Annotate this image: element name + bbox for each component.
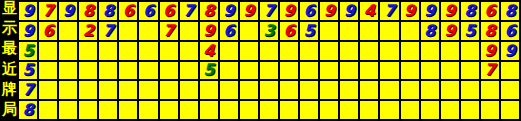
cell-r3c23 (461, 42, 479, 60)
label-char-1: 显 (2, 1, 17, 19)
cell-r1c13: 7 (260, 2, 278, 20)
cell-r3c18 (360, 42, 378, 60)
cell-r5c4 (79, 81, 97, 99)
cell-r4c9 (180, 62, 198, 80)
cell-r1c14: 9 (280, 2, 298, 20)
cell-r6c11 (220, 101, 238, 119)
cell-r2c9 (180, 22, 198, 40)
cell-r2c10: 9 (200, 22, 218, 40)
cell-r1c19: 7 (380, 2, 398, 20)
cell-r2c1: 9 (19, 22, 37, 40)
cell-r6c22 (441, 101, 459, 119)
cell-r5c3 (59, 81, 77, 99)
cell-r3c7 (139, 42, 157, 60)
cell-r6c16 (320, 101, 338, 119)
cell-r2c12 (240, 22, 258, 40)
cell-r5c22 (441, 81, 459, 99)
cell-r2c18 (360, 22, 378, 40)
cell-r2c15: 5 (300, 22, 318, 40)
cell-r1c4: 8 (79, 2, 97, 20)
cell-r6c3 (59, 101, 77, 119)
cell-r5c5 (99, 81, 117, 99)
cell-r5c13 (260, 81, 278, 99)
cell-r3c13 (260, 42, 278, 60)
big-road-grid: 9798866678997969947999868962779636589586… (19, 0, 521, 121)
cell-r4c16 (320, 62, 338, 80)
cell-r6c9 (180, 101, 198, 119)
cell-r5c21 (421, 81, 439, 99)
cell-r2c25: 6 (501, 22, 519, 40)
cell-r2c23: 5 (461, 22, 479, 40)
cell-r3c3 (59, 42, 77, 60)
vertical-label: 显 示 最 近 牌 局 (0, 0, 19, 121)
cell-r6c10 (200, 101, 218, 119)
cell-r4c6 (119, 62, 137, 80)
cell-r1c6: 6 (119, 2, 137, 20)
cell-r1c15: 6 (300, 2, 318, 20)
cell-r4c24: 7 (481, 62, 499, 80)
cell-r1c24: 6 (481, 2, 499, 20)
cell-r6c2 (39, 101, 57, 119)
cell-r2c17 (340, 22, 358, 40)
cell-r2c2: 6 (39, 22, 57, 40)
cell-r3c15 (300, 42, 318, 60)
cell-r4c11 (220, 62, 238, 80)
cell-r5c18 (360, 81, 378, 99)
cell-r1c21: 9 (421, 2, 439, 20)
cell-r2c3 (59, 22, 77, 40)
cell-r6c21 (421, 101, 439, 119)
cell-r1c1: 9 (19, 2, 37, 20)
cell-r4c15 (300, 62, 318, 80)
cell-r4c25 (501, 62, 519, 80)
cell-r4c12 (240, 62, 258, 80)
cell-r2c24: 8 (481, 22, 499, 40)
cell-r6c6 (119, 101, 137, 119)
cell-r1c23: 8 (461, 2, 479, 20)
cell-r2c22: 9 (441, 22, 459, 40)
cell-r3c21 (421, 42, 439, 60)
cell-r6c1: 8 (19, 101, 37, 119)
cell-r6c19 (380, 101, 398, 119)
cell-r1c2: 7 (39, 2, 57, 20)
cell-r1c16: 9 (320, 2, 338, 20)
cell-r4c10: 5 (200, 62, 218, 80)
cell-r3c5 (99, 42, 117, 60)
cell-r2c16 (320, 22, 338, 40)
cell-r5c17 (340, 81, 358, 99)
cell-r1c17: 9 (340, 2, 358, 20)
cell-r1c25: 8 (501, 2, 519, 20)
cell-r4c21 (421, 62, 439, 80)
cell-r1c11: 9 (220, 2, 238, 20)
label-char-2: 示 (2, 21, 17, 39)
cell-r4c1: 5 (19, 62, 37, 80)
cell-r3c24: 9 (481, 42, 499, 60)
label-char-3: 最 (2, 41, 17, 59)
cell-r5c8 (160, 81, 178, 99)
cell-r3c22 (441, 42, 459, 60)
cell-r2c21: 8 (421, 22, 439, 40)
cell-r3c12 (240, 42, 258, 60)
recent-games-scoreboard: 显 示 最 近 牌 局 9798866678997969947999868962… (0, 0, 521, 121)
cell-r3c1: 5 (19, 42, 37, 60)
cell-r6c18 (360, 101, 378, 119)
cell-r3c8 (160, 42, 178, 60)
cell-r5c12 (240, 81, 258, 99)
cell-r3c11 (220, 42, 238, 60)
cell-r5c16 (320, 81, 338, 99)
cell-r4c5 (99, 62, 117, 80)
cell-r5c10 (200, 81, 218, 99)
label-char-5: 牌 (2, 82, 17, 100)
cell-r3c14 (280, 42, 298, 60)
cell-r2c4: 2 (79, 22, 97, 40)
cell-r4c2 (39, 62, 57, 80)
cell-r6c20 (401, 101, 419, 119)
cell-r5c24 (481, 81, 499, 99)
cell-r6c15 (300, 101, 318, 119)
cell-r6c8 (160, 101, 178, 119)
cell-r4c20 (401, 62, 419, 80)
cell-r5c14 (280, 81, 298, 99)
cell-r5c1: 7 (19, 81, 37, 99)
cell-r3c10: 4 (200, 42, 218, 60)
cell-r3c2 (39, 42, 57, 60)
cell-r6c5 (99, 101, 117, 119)
cell-r6c4 (79, 101, 97, 119)
cell-r6c13 (260, 101, 278, 119)
cell-r4c23 (461, 62, 479, 80)
cell-r6c17 (340, 101, 358, 119)
cell-r3c25: 9 (501, 42, 519, 60)
cell-r6c25 (501, 101, 519, 119)
cell-r4c7 (139, 62, 157, 80)
label-char-4: 近 (2, 62, 17, 80)
cell-r2c11: 6 (220, 22, 238, 40)
cell-r2c6 (119, 22, 137, 40)
cell-r1c12: 9 (240, 2, 258, 20)
cell-r3c19 (380, 42, 398, 60)
cell-r4c14 (280, 62, 298, 80)
cell-r4c13 (260, 62, 278, 80)
cell-r4c22 (441, 62, 459, 80)
cell-r6c7 (139, 101, 157, 119)
cell-r4c17 (340, 62, 358, 80)
cell-r4c8 (160, 62, 178, 80)
cell-r2c5: 7 (99, 22, 117, 40)
cell-r6c24 (481, 101, 499, 119)
cell-r6c12 (240, 101, 258, 119)
cell-r3c20 (401, 42, 419, 60)
cell-r3c17 (340, 42, 358, 60)
cell-r4c4 (79, 62, 97, 80)
cell-r1c7: 6 (139, 2, 157, 20)
cell-r2c13: 3 (260, 22, 278, 40)
cell-r1c5: 8 (99, 2, 117, 20)
cell-r2c19 (380, 22, 398, 40)
cell-r5c7 (139, 81, 157, 99)
cell-r5c23 (461, 81, 479, 99)
cell-r2c7 (139, 22, 157, 40)
cell-r1c10: 8 (200, 2, 218, 20)
cell-r3c9 (180, 42, 198, 60)
cell-r4c3 (59, 62, 77, 80)
cell-r5c6 (119, 81, 137, 99)
cell-r5c15 (300, 81, 318, 99)
cell-r2c20 (401, 22, 419, 40)
cell-r5c25 (501, 81, 519, 99)
cell-r6c23 (461, 101, 479, 119)
cell-r1c8: 6 (160, 2, 178, 20)
cell-r5c11 (220, 81, 238, 99)
cell-r3c4 (79, 42, 97, 60)
cell-r1c20: 9 (401, 2, 419, 20)
cell-r2c14: 6 (280, 22, 298, 40)
cell-r5c20 (401, 81, 419, 99)
cell-r5c19 (380, 81, 398, 99)
cell-r1c18: 4 (360, 2, 378, 20)
cell-r3c6 (119, 42, 137, 60)
label-char-6: 局 (2, 102, 17, 120)
cell-r4c18 (360, 62, 378, 80)
cell-r6c14 (280, 101, 298, 119)
cell-r5c9 (180, 81, 198, 99)
cell-r5c2 (39, 81, 57, 99)
cell-r1c3: 9 (59, 2, 77, 20)
cell-r1c22: 9 (441, 2, 459, 20)
cell-r1c9: 7 (180, 2, 198, 20)
cell-r2c8: 7 (160, 22, 178, 40)
cell-r4c19 (380, 62, 398, 80)
cell-r3c16 (320, 42, 338, 60)
